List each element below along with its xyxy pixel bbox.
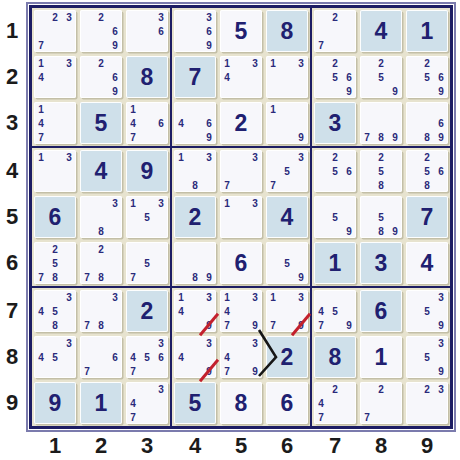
candidate-5: 5 bbox=[280, 256, 294, 270]
candidate-9: 9 bbox=[294, 130, 308, 144]
box-4: 1349638135257827857 bbox=[32, 148, 170, 286]
candidate-7: 7 bbox=[126, 364, 140, 378]
cell-value: 6 bbox=[360, 290, 402, 332]
box-1: 23726936134269814751467 bbox=[32, 8, 170, 146]
cell-value: 8 bbox=[266, 10, 308, 52]
box-8: 134913479137934934792586 bbox=[172, 288, 310, 426]
candidate-8: 8 bbox=[48, 270, 62, 284]
cell-r8c6[interactable]: 2 bbox=[266, 336, 308, 378]
col-label-6: 6 bbox=[275, 433, 299, 459]
cell-r3c7[interactable]: 3 bbox=[314, 102, 356, 144]
cell-r5c7[interactable]: 59 bbox=[314, 196, 356, 238]
candidate-9: 9 bbox=[388, 130, 402, 144]
cell-value: 2 bbox=[266, 336, 308, 378]
candidate-7: 7 bbox=[80, 364, 94, 378]
candidate-2: 2 bbox=[374, 56, 388, 70]
candidate-1: 1 bbox=[34, 56, 48, 70]
cell-r2c8[interactable]: 259 bbox=[360, 56, 402, 98]
candidate-9: 9 bbox=[248, 364, 262, 378]
candidate-2: 2 bbox=[328, 56, 342, 70]
candidate-4: 4 bbox=[220, 70, 234, 84]
cell-r2c1[interactable]: 134 bbox=[34, 56, 76, 98]
cell-r3c6[interactable]: 19 bbox=[266, 102, 308, 144]
cell-r4c6[interactable]: 357 bbox=[266, 150, 308, 192]
box-5: 13837357213489659 bbox=[172, 148, 310, 286]
candidate-4: 4 bbox=[220, 350, 234, 364]
cell-r2c9[interactable]: 2569 bbox=[406, 56, 448, 98]
pencil-marks: 359 bbox=[406, 290, 448, 332]
pencil-marks: 138 bbox=[174, 150, 216, 192]
cell-r9c4[interactable]: 5 bbox=[174, 382, 216, 424]
candidate-3: 3 bbox=[202, 10, 216, 24]
candidate-1: 1 bbox=[126, 102, 140, 116]
pencil-marks: 147 bbox=[34, 102, 76, 144]
cell-r7c1[interactable]: 3458 bbox=[34, 290, 76, 332]
candidate-9: 9 bbox=[434, 130, 448, 144]
row-label-8: 8 bbox=[0, 344, 24, 370]
candidate-9: 9 bbox=[342, 84, 356, 98]
cell-value: 2 bbox=[220, 102, 262, 144]
cell-r5c9[interactable]: 7 bbox=[406, 196, 448, 238]
box-3: 2741256925925693789689 bbox=[312, 8, 450, 146]
pencil-marks: 134 bbox=[220, 56, 262, 98]
pencil-marks: 369 bbox=[174, 10, 216, 52]
pencil-marks: 1379 bbox=[266, 290, 308, 332]
cell-r6c2[interactable]: 278 bbox=[80, 242, 122, 284]
cell-value: 9 bbox=[34, 382, 76, 424]
pencil-marks: 135 bbox=[126, 196, 168, 238]
pencil-marks: 13479 bbox=[220, 290, 262, 332]
pencil-marks: 38 bbox=[80, 196, 122, 238]
candidate-6: 6 bbox=[342, 70, 356, 84]
candidate-8: 8 bbox=[374, 224, 388, 238]
candidate-4: 4 bbox=[174, 116, 188, 130]
candidate-5: 5 bbox=[280, 164, 294, 178]
candidate-9: 9 bbox=[434, 364, 448, 378]
candidate-1: 1 bbox=[220, 196, 234, 210]
col-label-5: 5 bbox=[229, 433, 253, 459]
cell-r6c4[interactable]: 89 bbox=[174, 242, 216, 284]
candidate-2: 2 bbox=[328, 150, 342, 164]
candidate-1: 1 bbox=[220, 290, 234, 304]
candidate-2: 2 bbox=[328, 10, 342, 24]
pencil-marks: 23 bbox=[406, 382, 448, 424]
pencil-marks: 2569 bbox=[314, 56, 356, 98]
candidate-2: 2 bbox=[94, 10, 108, 24]
cell-r1c2[interactable]: 269 bbox=[80, 10, 122, 52]
candidate-3: 3 bbox=[62, 150, 76, 164]
candidate-5: 5 bbox=[374, 164, 388, 178]
candidate-3: 3 bbox=[294, 56, 308, 70]
cell-value: 4 bbox=[80, 150, 122, 192]
cell-r9c7[interactable]: 247 bbox=[314, 382, 356, 424]
cell-r6c6[interactable]: 59 bbox=[266, 242, 308, 284]
candidate-3: 3 bbox=[62, 336, 76, 350]
candidate-9: 9 bbox=[294, 270, 308, 284]
candidate-6: 6 bbox=[154, 24, 168, 38]
col-label-1: 1 bbox=[43, 433, 67, 459]
cell-r4c1[interactable]: 13 bbox=[34, 150, 76, 192]
cell-r7c3[interactable]: 2 bbox=[126, 290, 168, 332]
cell-r8c2[interactable]: 67 bbox=[80, 336, 122, 378]
candidate-5: 5 bbox=[420, 164, 434, 178]
row-label-4: 4 bbox=[0, 158, 24, 184]
cell-r7c5[interactable]: 13479 bbox=[220, 290, 262, 332]
candidate-9: 9 bbox=[342, 318, 356, 332]
candidate-5: 5 bbox=[48, 304, 62, 318]
candidate-2: 2 bbox=[420, 382, 434, 396]
candidate-7: 7 bbox=[314, 318, 328, 332]
candidate-5: 5 bbox=[328, 210, 342, 224]
cell-r5c1[interactable]: 6 bbox=[34, 196, 76, 238]
candidate-1: 1 bbox=[34, 150, 48, 164]
candidate-7: 7 bbox=[34, 270, 48, 284]
candidate-4: 4 bbox=[126, 396, 140, 410]
candidate-9: 9 bbox=[342, 224, 356, 238]
cell-r1c5[interactable]: 5 bbox=[220, 10, 262, 52]
cell-r8c4[interactable]: 349 bbox=[174, 336, 216, 378]
candidate-3: 3 bbox=[434, 336, 448, 350]
cell-value: 4 bbox=[360, 10, 402, 52]
cell-r2c2[interactable]: 269 bbox=[80, 56, 122, 98]
cell-value: 7 bbox=[406, 196, 448, 238]
cell-value: 3 bbox=[360, 242, 402, 284]
candidate-6: 6 bbox=[108, 24, 122, 38]
cell-r1c8[interactable]: 4 bbox=[360, 10, 402, 52]
pencil-marks: 1349 bbox=[174, 290, 216, 332]
candidate-5: 5 bbox=[48, 256, 62, 270]
candidate-9: 9 bbox=[294, 318, 308, 332]
candidate-7: 7 bbox=[34, 130, 48, 144]
candidate-3: 3 bbox=[62, 56, 76, 70]
candidate-2: 2 bbox=[48, 10, 62, 24]
candidate-4: 4 bbox=[34, 304, 48, 318]
box-2: 36958713413469219 bbox=[172, 8, 310, 146]
cell-r5c8[interactable]: 589 bbox=[360, 196, 402, 238]
pencil-marks: 259 bbox=[360, 56, 402, 98]
box-9: 45796359813592472723 bbox=[312, 288, 450, 426]
pencil-marks: 19 bbox=[266, 102, 308, 144]
pencil-marks: 589 bbox=[360, 196, 402, 238]
candidate-2: 2 bbox=[48, 242, 62, 256]
cell-r2c7[interactable]: 2569 bbox=[314, 56, 356, 98]
pencil-marks: 13 bbox=[266, 56, 308, 98]
pencil-marks: 349 bbox=[174, 336, 216, 378]
cell-r4c9[interactable]: 2568 bbox=[406, 150, 448, 192]
cell-r9c3[interactable]: 347 bbox=[126, 382, 168, 424]
cell-r2c5[interactable]: 134 bbox=[220, 56, 262, 98]
cell-r4c3[interactable]: 9 bbox=[126, 150, 168, 192]
candidate-8: 8 bbox=[374, 130, 388, 144]
cell-value: 5 bbox=[174, 382, 216, 424]
cell-value: 9 bbox=[126, 150, 168, 192]
candidate-4: 4 bbox=[314, 396, 328, 410]
candidate-6: 6 bbox=[202, 116, 216, 130]
candidate-3: 3 bbox=[154, 382, 168, 396]
cell-value: 8 bbox=[314, 336, 356, 378]
pencil-marks: 357 bbox=[266, 150, 308, 192]
cell-value: 4 bbox=[406, 242, 448, 284]
candidate-3: 3 bbox=[202, 290, 216, 304]
candidate-3: 3 bbox=[248, 290, 262, 304]
cell-value: 8 bbox=[220, 382, 262, 424]
cell-value: 6 bbox=[266, 382, 308, 424]
sudoku-board: 2372693613426981475146736958713413469219… bbox=[26, 2, 456, 432]
row-label-7: 7 bbox=[0, 298, 24, 324]
cell-r1c1[interactable]: 237 bbox=[34, 10, 76, 52]
candidate-3: 3 bbox=[202, 336, 216, 350]
cell-value: 4 bbox=[266, 196, 308, 238]
candidate-4: 4 bbox=[126, 116, 140, 130]
cell-r8c5[interactable]: 3479 bbox=[220, 336, 262, 378]
pencil-marks: 134 bbox=[34, 56, 76, 98]
cell-value: 2 bbox=[174, 196, 216, 238]
cell-r3c8[interactable]: 789 bbox=[360, 102, 402, 144]
cell-r9c1[interactable]: 9 bbox=[34, 382, 76, 424]
col-label-7: 7 bbox=[323, 433, 347, 459]
cell-r4c7[interactable]: 256 bbox=[314, 150, 356, 192]
pencil-marks: 345 bbox=[34, 336, 76, 378]
cell-value: 7 bbox=[174, 56, 216, 98]
col-label-9: 9 bbox=[415, 433, 439, 459]
cell-r7c6[interactable]: 1379 bbox=[266, 290, 308, 332]
candidate-1: 1 bbox=[174, 290, 188, 304]
pencil-marks: 689 bbox=[406, 102, 448, 144]
cell-r9c6[interactable]: 6 bbox=[266, 382, 308, 424]
pencil-marks: 3458 bbox=[34, 290, 76, 332]
candidate-3: 3 bbox=[62, 290, 76, 304]
candidate-5: 5 bbox=[420, 70, 434, 84]
cell-r4c5[interactable]: 37 bbox=[220, 150, 262, 192]
candidate-4: 4 bbox=[220, 304, 234, 318]
cell-r8c1[interactable]: 345 bbox=[34, 336, 76, 378]
candidate-1: 1 bbox=[34, 102, 48, 116]
pencil-marks: 27 bbox=[360, 382, 402, 424]
candidate-3: 3 bbox=[434, 382, 448, 396]
cell-value: 1 bbox=[360, 336, 402, 378]
cell-r4c8[interactable]: 258 bbox=[360, 150, 402, 192]
row-label-6: 6 bbox=[0, 250, 24, 276]
candidate-8: 8 bbox=[374, 178, 388, 192]
candidate-6: 6 bbox=[202, 24, 216, 38]
cell-r5c5[interactable]: 13 bbox=[220, 196, 262, 238]
cell-value: 1 bbox=[80, 382, 122, 424]
row-label-3: 3 bbox=[0, 110, 24, 136]
cell-r6c5[interactable]: 6 bbox=[220, 242, 262, 284]
candidate-9: 9 bbox=[202, 364, 216, 378]
candidate-3: 3 bbox=[248, 150, 262, 164]
row-label-1: 1 bbox=[0, 18, 24, 44]
cell-r1c3[interactable]: 36 bbox=[126, 10, 168, 52]
col-label-2: 2 bbox=[89, 433, 113, 459]
cell-r7c4[interactable]: 1349 bbox=[174, 290, 216, 332]
candidate-5: 5 bbox=[328, 164, 342, 178]
pencil-marks: 269 bbox=[80, 56, 122, 98]
candidate-1: 1 bbox=[266, 56, 280, 70]
cell-r9c5[interactable]: 8 bbox=[220, 382, 262, 424]
pencil-marks: 2568 bbox=[406, 150, 448, 192]
candidate-7: 7 bbox=[126, 410, 140, 424]
cell-r6c7[interactable]: 1 bbox=[314, 242, 356, 284]
cell-r1c4[interactable]: 369 bbox=[174, 10, 216, 52]
candidate-6: 6 bbox=[108, 350, 122, 364]
cell-r7c9[interactable]: 359 bbox=[406, 290, 448, 332]
candidate-2: 2 bbox=[328, 382, 342, 396]
candidate-3: 3 bbox=[248, 56, 262, 70]
col-label-8: 8 bbox=[369, 433, 393, 459]
pencil-marks: 1467 bbox=[126, 102, 168, 144]
pencil-marks: 256 bbox=[314, 150, 356, 192]
cell-r1c7[interactable]: 27 bbox=[314, 10, 356, 52]
pencil-marks: 4579 bbox=[314, 290, 356, 332]
row-label-5: 5 bbox=[0, 204, 24, 230]
candidate-9: 9 bbox=[388, 84, 402, 98]
candidate-8: 8 bbox=[420, 130, 434, 144]
candidate-8: 8 bbox=[94, 318, 108, 332]
cell-r4c2[interactable]: 4 bbox=[80, 150, 122, 192]
candidate-4: 4 bbox=[34, 350, 48, 364]
candidate-5: 5 bbox=[374, 210, 388, 224]
candidate-5: 5 bbox=[48, 350, 62, 364]
candidate-7: 7 bbox=[220, 318, 234, 332]
pencil-marks: 36 bbox=[126, 10, 168, 52]
candidate-7: 7 bbox=[220, 364, 234, 378]
candidate-9: 9 bbox=[434, 318, 448, 332]
cell-r3c5[interactable]: 2 bbox=[220, 102, 262, 144]
candidate-2: 2 bbox=[94, 242, 108, 256]
cell-r9c2[interactable]: 1 bbox=[80, 382, 122, 424]
pencil-marks: 13 bbox=[220, 196, 262, 238]
sudoku-app: 123456789 237269361342698147514673695871… bbox=[0, 0, 460, 460]
candidate-5: 5 bbox=[328, 70, 342, 84]
pencil-marks: 2578 bbox=[34, 242, 76, 284]
candidate-3: 3 bbox=[248, 196, 262, 210]
candidate-9: 9 bbox=[108, 84, 122, 98]
cell-value: 5 bbox=[80, 102, 122, 144]
cell-value: 1 bbox=[406, 10, 448, 52]
candidate-8: 8 bbox=[94, 270, 108, 284]
candidate-7: 7 bbox=[266, 178, 280, 192]
pencil-marks: 89 bbox=[174, 242, 216, 284]
candidate-6: 6 bbox=[434, 116, 448, 130]
candidate-8: 8 bbox=[188, 178, 202, 192]
cell-r3c1[interactable]: 147 bbox=[34, 102, 76, 144]
candidate-5: 5 bbox=[420, 304, 434, 318]
cell-r6c9[interactable]: 4 bbox=[406, 242, 448, 284]
candidate-1: 1 bbox=[266, 102, 280, 116]
pencil-marks: 258 bbox=[360, 150, 402, 192]
row-label-2: 2 bbox=[0, 64, 24, 90]
candidate-5: 5 bbox=[328, 304, 342, 318]
cell-r6c8[interactable]: 3 bbox=[360, 242, 402, 284]
cell-r3c4[interactable]: 469 bbox=[174, 102, 216, 144]
cell-r8c8[interactable]: 1 bbox=[360, 336, 402, 378]
candidate-6: 6 bbox=[342, 164, 356, 178]
cell-r2c6[interactable]: 13 bbox=[266, 56, 308, 98]
candidate-7: 7 bbox=[220, 178, 234, 192]
cell-r3c3[interactable]: 1467 bbox=[126, 102, 168, 144]
cell-value: 2 bbox=[126, 290, 168, 332]
cell-r8c7[interactable]: 8 bbox=[314, 336, 356, 378]
candidate-9: 9 bbox=[202, 270, 216, 284]
cell-value: 3 bbox=[314, 102, 356, 144]
box-6: 2562582568595897134 bbox=[312, 148, 450, 286]
cell-r7c8[interactable]: 6 bbox=[360, 290, 402, 332]
pencil-marks: 59 bbox=[266, 242, 308, 284]
pencil-marks: 247 bbox=[314, 382, 356, 424]
candidate-3: 3 bbox=[154, 336, 168, 350]
candidate-8: 8 bbox=[94, 224, 108, 238]
cell-r8c9[interactable]: 359 bbox=[406, 336, 448, 378]
pencil-marks: 269 bbox=[80, 10, 122, 52]
candidate-1: 1 bbox=[126, 196, 140, 210]
candidate-3: 3 bbox=[248, 336, 262, 350]
candidate-4: 4 bbox=[314, 304, 328, 318]
candidate-4: 4 bbox=[126, 350, 140, 364]
cell-r5c3[interactable]: 135 bbox=[126, 196, 168, 238]
pencil-marks: 37 bbox=[220, 150, 262, 192]
candidate-9: 9 bbox=[108, 38, 122, 52]
candidate-2: 2 bbox=[420, 150, 434, 164]
cell-r7c2[interactable]: 378 bbox=[80, 290, 122, 332]
col-label-4: 4 bbox=[183, 433, 207, 459]
candidate-2: 2 bbox=[420, 56, 434, 70]
cell-r3c9[interactable]: 689 bbox=[406, 102, 448, 144]
candidate-8: 8 bbox=[188, 270, 202, 284]
cell-r9c9[interactable]: 23 bbox=[406, 382, 448, 424]
pencil-marks: 13 bbox=[34, 150, 76, 192]
cell-r6c1[interactable]: 2578 bbox=[34, 242, 76, 284]
cell-r2c3[interactable]: 8 bbox=[126, 56, 168, 98]
candidate-7: 7 bbox=[34, 38, 48, 52]
pencil-marks: 347 bbox=[126, 382, 168, 424]
candidate-9: 9 bbox=[434, 84, 448, 98]
cell-r8c3[interactable]: 34567 bbox=[126, 336, 168, 378]
pencil-marks: 378 bbox=[80, 290, 122, 332]
candidate-1: 1 bbox=[266, 290, 280, 304]
cell-r2c4[interactable]: 7 bbox=[174, 56, 216, 98]
cell-r9c8[interactable]: 27 bbox=[360, 382, 402, 424]
pencil-marks: 359 bbox=[406, 336, 448, 378]
cell-r1c6[interactable]: 8 bbox=[266, 10, 308, 52]
candidate-2: 2 bbox=[374, 382, 388, 396]
candidate-5: 5 bbox=[420, 350, 434, 364]
cell-value: 8 bbox=[126, 56, 168, 98]
candidate-7: 7 bbox=[266, 318, 280, 332]
cell-r5c6[interactable]: 4 bbox=[266, 196, 308, 238]
candidate-9: 9 bbox=[202, 130, 216, 144]
cell-r6c3[interactable]: 57 bbox=[126, 242, 168, 284]
candidate-7: 7 bbox=[126, 270, 140, 284]
candidate-3: 3 bbox=[108, 196, 122, 210]
candidate-7: 7 bbox=[126, 130, 140, 144]
cell-r7c7[interactable]: 4579 bbox=[314, 290, 356, 332]
candidate-5: 5 bbox=[140, 350, 154, 364]
candidate-3: 3 bbox=[154, 10, 168, 24]
cell-r5c2[interactable]: 38 bbox=[80, 196, 122, 238]
pencil-marks: 57 bbox=[126, 242, 168, 284]
candidate-3: 3 bbox=[294, 290, 308, 304]
cell-r1c9[interactable]: 1 bbox=[406, 10, 448, 52]
candidate-4: 4 bbox=[174, 304, 188, 318]
cell-r5c4[interactable]: 2 bbox=[174, 196, 216, 238]
pencil-marks: 27 bbox=[314, 10, 356, 52]
box-7: 34583782345673456791347 bbox=[32, 288, 170, 426]
cell-r3c2[interactable]: 5 bbox=[80, 102, 122, 144]
candidate-5: 5 bbox=[140, 210, 154, 224]
cell-r4c4[interactable]: 138 bbox=[174, 150, 216, 192]
candidate-7: 7 bbox=[80, 318, 94, 332]
